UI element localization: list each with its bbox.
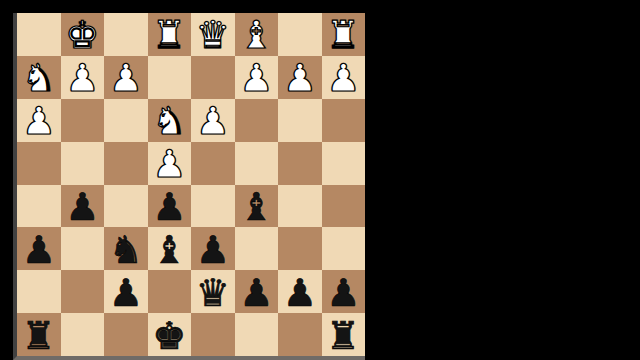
square-f7[interactable]: ♟ (104, 270, 148, 313)
square-a3[interactable] (322, 99, 366, 142)
square-h8[interactable]: ♜ (17, 313, 61, 356)
square-g5[interactable]: ♟ (61, 185, 105, 228)
square-h5[interactable] (17, 185, 61, 228)
white-knight-icon[interactable]: ♞ (22, 57, 56, 97)
square-d3[interactable]: ♟ (191, 99, 235, 142)
black-pawn-icon[interactable]: ♟ (22, 229, 56, 269)
square-h2[interactable]: ♞ (17, 56, 61, 99)
white-pawn-icon[interactable]: ♟ (109, 57, 143, 97)
square-g6[interactable] (61, 227, 105, 270)
screen: ♚♜♛♝♜♞♟♟♟♟♟♟♞♟♟♟♟♝♟♞♝♟♟♛♟♟♟♜♚♜ (0, 0, 640, 360)
square-c5[interactable]: ♝ (235, 185, 279, 228)
square-a8[interactable]: ♜ (322, 313, 366, 356)
black-bishop-icon[interactable]: ♝ (239, 186, 273, 226)
square-c7[interactable]: ♟ (235, 270, 279, 313)
square-a1[interactable]: ♜ (322, 13, 366, 56)
square-d5[interactable] (191, 185, 235, 228)
square-f2[interactable]: ♟ (104, 56, 148, 99)
square-d1[interactable]: ♛ (191, 13, 235, 56)
square-e6[interactable]: ♝ (148, 227, 192, 270)
black-pawn-icon[interactable]: ♟ (109, 272, 143, 312)
square-f8[interactable] (104, 313, 148, 356)
square-b7[interactable]: ♟ (278, 270, 322, 313)
square-d7[interactable]: ♛ (191, 270, 235, 313)
square-e8[interactable]: ♚ (148, 313, 192, 356)
square-b3[interactable] (278, 99, 322, 142)
white-pawn-icon[interactable]: ♟ (152, 143, 186, 183)
black-knight-icon[interactable]: ♞ (109, 229, 143, 269)
square-h7[interactable] (17, 270, 61, 313)
black-bishop-icon[interactable]: ♝ (152, 229, 186, 269)
square-f4[interactable] (104, 142, 148, 185)
square-c6[interactable] (235, 227, 279, 270)
square-b6[interactable] (278, 227, 322, 270)
square-c8[interactable] (235, 313, 279, 356)
square-e7[interactable] (148, 270, 192, 313)
white-rook-icon[interactable]: ♜ (326, 14, 360, 54)
square-a5[interactable] (322, 185, 366, 228)
square-h4[interactable] (17, 142, 61, 185)
white-knight-icon[interactable]: ♞ (152, 100, 186, 140)
square-b1[interactable] (278, 13, 322, 56)
square-b5[interactable] (278, 185, 322, 228)
square-b4[interactable] (278, 142, 322, 185)
square-a7[interactable]: ♟ (322, 270, 366, 313)
chess-board: ♚♜♛♝♜♞♟♟♟♟♟♟♞♟♟♟♟♝♟♞♝♟♟♛♟♟♟♜♚♜ (17, 13, 365, 356)
black-king-icon[interactable]: ♚ (152, 315, 186, 355)
square-d6[interactable]: ♟ (191, 227, 235, 270)
square-e4[interactable]: ♟ (148, 142, 192, 185)
black-rook-icon[interactable]: ♜ (326, 315, 360, 355)
square-g1[interactable]: ♚ (61, 13, 105, 56)
square-a4[interactable] (322, 142, 366, 185)
square-e2[interactable] (148, 56, 192, 99)
square-h3[interactable]: ♟ (17, 99, 61, 142)
square-d8[interactable] (191, 313, 235, 356)
square-f5[interactable] (104, 185, 148, 228)
square-f1[interactable] (104, 13, 148, 56)
square-e1[interactable]: ♜ (148, 13, 192, 56)
board-frame: ♚♜♛♝♜♞♟♟♟♟♟♟♞♟♟♟♟♝♟♞♝♟♟♛♟♟♟♜♚♜ (13, 13, 365, 360)
square-c3[interactable] (235, 99, 279, 142)
white-pawn-icon[interactable]: ♟ (326, 57, 360, 97)
black-pawn-icon[interactable]: ♟ (239, 272, 273, 312)
square-f3[interactable] (104, 99, 148, 142)
white-bishop-icon[interactable]: ♝ (239, 14, 273, 54)
square-g4[interactable] (61, 142, 105, 185)
square-c4[interactable] (235, 142, 279, 185)
square-a6[interactable] (322, 227, 366, 270)
white-pawn-icon[interactable]: ♟ (283, 57, 317, 97)
square-h6[interactable]: ♟ (17, 227, 61, 270)
black-pawn-icon[interactable]: ♟ (196, 229, 230, 269)
white-queen-icon[interactable]: ♛ (196, 14, 230, 54)
white-pawn-icon[interactable]: ♟ (65, 57, 99, 97)
white-pawn-icon[interactable]: ♟ (239, 57, 273, 97)
square-b2[interactable]: ♟ (278, 56, 322, 99)
square-e3[interactable]: ♞ (148, 99, 192, 142)
square-d2[interactable] (191, 56, 235, 99)
square-g2[interactable]: ♟ (61, 56, 105, 99)
black-queen-icon[interactable]: ♛ (196, 272, 230, 312)
black-pawn-icon[interactable]: ♟ (283, 272, 317, 312)
square-c2[interactable]: ♟ (235, 56, 279, 99)
square-f6[interactable]: ♞ (104, 227, 148, 270)
square-d4[interactable] (191, 142, 235, 185)
black-pawn-icon[interactable]: ♟ (152, 186, 186, 226)
square-h1[interactable] (17, 13, 61, 56)
black-pawn-icon[interactable]: ♟ (65, 186, 99, 226)
white-pawn-icon[interactable]: ♟ (22, 100, 56, 140)
white-pawn-icon[interactable]: ♟ (196, 100, 230, 140)
white-king-icon[interactable]: ♚ (65, 14, 99, 54)
black-pawn-icon[interactable]: ♟ (326, 272, 360, 312)
square-g7[interactable] (61, 270, 105, 313)
white-rook-icon[interactable]: ♜ (152, 14, 186, 54)
square-b8[interactable] (278, 313, 322, 356)
square-g3[interactable] (61, 99, 105, 142)
square-g8[interactable] (61, 313, 105, 356)
square-e5[interactable]: ♟ (148, 185, 192, 228)
black-rook-icon[interactable]: ♜ (22, 315, 56, 355)
square-a2[interactable]: ♟ (322, 56, 366, 99)
square-c1[interactable]: ♝ (235, 13, 279, 56)
